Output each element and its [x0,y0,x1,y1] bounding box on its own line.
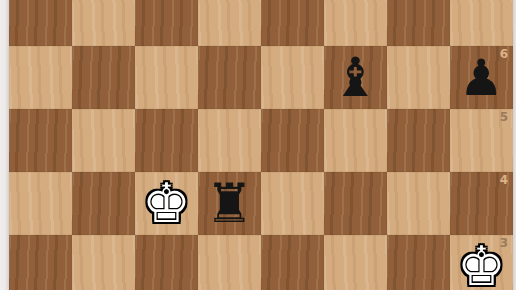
square-d4[interactable]: ♜ [198,172,261,235]
square-b5[interactable] [72,109,135,172]
black-rook[interactable]: ♜ [198,172,261,235]
square-g4[interactable] [387,172,450,235]
square-d5[interactable] [198,109,261,172]
square-b7[interactable] [72,0,135,46]
square-b4[interactable] [72,172,135,235]
square-f6[interactable]: ♝ [324,46,387,109]
square-g5[interactable] [387,109,450,172]
chess-diagram: ♝♟65♚♜4♚3 [0,0,516,290]
square-h3[interactable]: ♚3 [450,235,513,290]
rank-label-4: 4 [500,174,508,186]
square-h7[interactable] [450,0,513,46]
square-h5[interactable]: 5 [450,109,513,172]
square-a5[interactable] [9,109,72,172]
square-e3[interactable] [261,235,324,290]
square-c7[interactable] [135,0,198,46]
rank-label-3: 3 [500,237,508,249]
square-b6[interactable] [72,46,135,109]
square-f5[interactable] [324,109,387,172]
square-a3[interactable] [9,235,72,290]
square-a6[interactable] [9,46,72,109]
square-c5[interactable] [135,109,198,172]
square-f7[interactable] [324,0,387,46]
square-h6[interactable]: ♟6 [450,46,513,109]
square-d3[interactable] [198,235,261,290]
square-d6[interactable] [198,46,261,109]
square-f4[interactable] [324,172,387,235]
square-h4[interactable]: 4 [450,172,513,235]
square-g6[interactable] [387,46,450,109]
chess-board[interactable]: ♝♟65♚♜4♚3 [9,0,513,290]
square-g7[interactable] [387,0,450,46]
square-c3[interactable] [135,235,198,290]
square-c4[interactable]: ♚ [135,172,198,235]
rank-label-6: 6 [500,48,508,60]
square-e7[interactable] [261,0,324,46]
black-bishop[interactable]: ♝ [324,46,387,109]
square-b3[interactable] [72,235,135,290]
square-d7[interactable] [198,0,261,46]
square-e6[interactable] [261,46,324,109]
square-a7[interactable] [9,0,72,46]
square-f3[interactable] [324,235,387,290]
square-g3[interactable] [387,235,450,290]
white-king[interactable]: ♚ [135,172,198,235]
square-a4[interactable] [9,172,72,235]
square-c6[interactable] [135,46,198,109]
square-e5[interactable] [261,109,324,172]
rank-label-5: 5 [500,111,508,123]
square-e4[interactable] [261,172,324,235]
